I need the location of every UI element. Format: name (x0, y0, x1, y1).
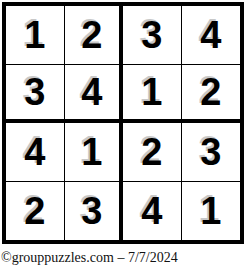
sudoku-cell-r1c1: 1 (6, 6, 65, 65)
sudoku-page: 1 2 3 4 3 4 1 2 4 1 2 3 2 3 4 1 ©grouppu… (0, 0, 247, 269)
sudoku-cell-r1c3: 3 (123, 6, 182, 65)
sudoku-cell-r1c4: 4 (182, 6, 241, 65)
sudoku-cell-r4c1: 2 (6, 182, 65, 241)
sudoku-cell-r4c2: 3 (65, 182, 124, 241)
sudoku-cell-r3c4: 3 (182, 123, 241, 182)
credit-text: ©grouppuzzles.com – 7/7/2024 (1, 250, 178, 266)
sudoku-cell-r2c1: 3 (6, 65, 65, 124)
sudoku-cell-r3c3: 2 (123, 123, 182, 182)
sudoku-cell-r1c2: 2 (65, 6, 124, 65)
sudoku-cell-r2c3: 1 (123, 65, 182, 124)
sudoku-cell-r2c2: 4 (65, 65, 124, 124)
sudoku-cell-r4c4: 1 (182, 182, 241, 241)
sudoku-cell-r3c1: 4 (6, 123, 65, 182)
sudoku-cell-r2c4: 2 (182, 65, 241, 124)
sudoku-board: 1 2 3 4 3 4 1 2 4 1 2 3 2 3 4 1 (2, 2, 244, 244)
sudoku-cell-r4c3: 4 (123, 182, 182, 241)
sudoku-cell-r3c2: 1 (65, 123, 124, 182)
